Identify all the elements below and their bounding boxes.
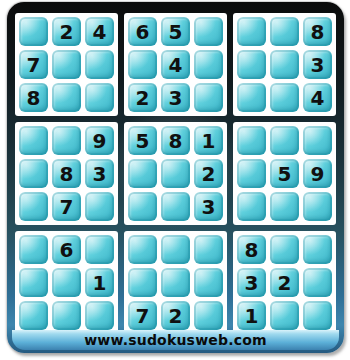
sudoku-cell-r1c1[interactable] — [19, 17, 48, 46]
page: 2478654238349837581235961728321 www.sudo… — [0, 0, 350, 360]
sudoku-cell-r8c8[interactable]: 2 — [270, 268, 299, 297]
site-url: www.sudokusweb.com — [84, 332, 267, 348]
sudoku-cell-r1c9[interactable]: 8 — [303, 17, 332, 46]
sudoku-cell-r5c2[interactable]: 8 — [52, 159, 81, 188]
sudoku-cell-r7c2[interactable]: 6 — [52, 235, 81, 264]
sudoku-cell-r2c4[interactable] — [128, 50, 157, 79]
sudoku-board-boxes: 2478654238349837581235961728321 — [15, 13, 336, 334]
sudoku-cell-r9c8[interactable] — [270, 301, 299, 330]
sudoku-cell-r9c9[interactable] — [303, 301, 332, 330]
sudoku-cell-r2c7[interactable] — [237, 50, 266, 79]
sudoku-cell-r8c6[interactable] — [194, 268, 223, 297]
sudoku-cell-r4c5[interactable]: 8 — [161, 126, 190, 155]
sudoku-cell-r3c7[interactable] — [237, 83, 266, 112]
sudoku-box-6: 59 — [233, 122, 336, 225]
sudoku-cell-r5c7[interactable] — [237, 159, 266, 188]
sudoku-cell-r1c2[interactable]: 2 — [52, 17, 81, 46]
sudoku-cell-r7c1[interactable] — [19, 235, 48, 264]
sudoku-cell-r8c9[interactable] — [303, 268, 332, 297]
sudoku-box-4: 9837 — [15, 122, 118, 225]
sudoku-cell-r3c3[interactable] — [85, 83, 114, 112]
sudoku-cell-r6c2[interactable]: 7 — [52, 192, 81, 221]
sudoku-cell-r3c2[interactable] — [52, 83, 81, 112]
sudoku-cell-r4c3[interactable]: 9 — [85, 126, 114, 155]
sudoku-cell-r9c5[interactable]: 2 — [161, 301, 190, 330]
sudoku-cell-r7c9[interactable] — [303, 235, 332, 264]
sudoku-cell-r4c2[interactable] — [52, 126, 81, 155]
sudoku-cell-r3c9[interactable]: 4 — [303, 83, 332, 112]
sudoku-cell-r4c7[interactable] — [237, 126, 266, 155]
sudoku-cell-r4c1[interactable] — [19, 126, 48, 155]
sudoku-cell-r3c1[interactable]: 8 — [19, 83, 48, 112]
sudoku-box-9: 8321 — [233, 231, 336, 334]
sudoku-cell-r3c4[interactable]: 2 — [128, 83, 157, 112]
sudoku-cell-r8c1[interactable] — [19, 268, 48, 297]
sudoku-cell-r1c3[interactable]: 4 — [85, 17, 114, 46]
sudoku-cell-r2c6[interactable] — [194, 50, 223, 79]
sudoku-cell-r2c3[interactable] — [85, 50, 114, 79]
sudoku-cell-r6c4[interactable] — [128, 192, 157, 221]
sudoku-cell-r8c7[interactable]: 3 — [237, 268, 266, 297]
sudoku-cell-r7c6[interactable] — [194, 235, 223, 264]
sudoku-cell-r9c4[interactable]: 7 — [128, 301, 157, 330]
sudoku-cell-r8c2[interactable] — [52, 268, 81, 297]
sudoku-board: 2478654238349837581235961728321 www.sudo… — [7, 2, 344, 353]
sudoku-cell-r3c5[interactable]: 3 — [161, 83, 190, 112]
sudoku-cell-r7c4[interactable] — [128, 235, 157, 264]
sudoku-cell-r8c4[interactable] — [128, 268, 157, 297]
sudoku-cell-r1c6[interactable] — [194, 17, 223, 46]
sudoku-box-7: 61 — [15, 231, 118, 334]
sudoku-box-1: 2478 — [15, 13, 118, 116]
sudoku-cell-r1c7[interactable] — [237, 17, 266, 46]
sudoku-cell-r9c1[interactable] — [19, 301, 48, 330]
sudoku-cell-r9c2[interactable] — [52, 301, 81, 330]
sudoku-cell-r2c5[interactable]: 4 — [161, 50, 190, 79]
sudoku-cell-r7c3[interactable] — [85, 235, 114, 264]
sudoku-cell-r1c8[interactable] — [270, 17, 299, 46]
sudoku-cell-r5c3[interactable]: 3 — [85, 159, 114, 188]
sudoku-cell-r4c6[interactable]: 1 — [194, 126, 223, 155]
sudoku-cell-r9c6[interactable] — [194, 301, 223, 330]
sudoku-cell-r9c3[interactable] — [85, 301, 114, 330]
sudoku-cell-r3c6[interactable] — [194, 83, 223, 112]
sudoku-cell-r6c7[interactable] — [237, 192, 266, 221]
sudoku-cell-r4c9[interactable] — [303, 126, 332, 155]
sudoku-box-3: 834 — [233, 13, 336, 116]
sudoku-cell-r8c5[interactable] — [161, 268, 190, 297]
sudoku-cell-r4c8[interactable] — [270, 126, 299, 155]
sudoku-cell-r5c8[interactable]: 5 — [270, 159, 299, 188]
sudoku-cell-r6c9[interactable] — [303, 192, 332, 221]
sudoku-cell-r6c3[interactable] — [85, 192, 114, 221]
sudoku-cell-r7c8[interactable] — [270, 235, 299, 264]
sudoku-cell-r5c6[interactable]: 2 — [194, 159, 223, 188]
sudoku-cell-r2c9[interactable]: 3 — [303, 50, 332, 79]
sudoku-cell-r2c1[interactable]: 7 — [19, 50, 48, 79]
sudoku-cell-r6c8[interactable] — [270, 192, 299, 221]
sudoku-box-8: 72 — [124, 231, 227, 334]
sudoku-cell-r6c6[interactable]: 3 — [194, 192, 223, 221]
sudoku-cell-r5c4[interactable] — [128, 159, 157, 188]
footer-band: www.sudokusweb.com — [12, 330, 339, 350]
sudoku-cell-r3c8[interactable] — [270, 83, 299, 112]
sudoku-cell-r8c3[interactable]: 1 — [85, 268, 114, 297]
sudoku-cell-r9c7[interactable]: 1 — [237, 301, 266, 330]
sudoku-cell-r7c5[interactable] — [161, 235, 190, 264]
sudoku-cell-r5c1[interactable] — [19, 159, 48, 188]
sudoku-cell-r1c4[interactable]: 6 — [128, 17, 157, 46]
sudoku-box-2: 65423 — [124, 13, 227, 116]
sudoku-cell-r2c8[interactable] — [270, 50, 299, 79]
sudoku-cell-r6c1[interactable] — [19, 192, 48, 221]
sudoku-cell-r7c7[interactable]: 8 — [237, 235, 266, 264]
sudoku-cell-r5c5[interactable] — [161, 159, 190, 188]
sudoku-cell-r6c5[interactable] — [161, 192, 190, 221]
sudoku-cell-r1c5[interactable]: 5 — [161, 17, 190, 46]
sudoku-box-5: 58123 — [124, 122, 227, 225]
sudoku-cell-r4c4[interactable]: 5 — [128, 126, 157, 155]
sudoku-cell-r5c9[interactable]: 9 — [303, 159, 332, 188]
sudoku-cell-r2c2[interactable] — [52, 50, 81, 79]
